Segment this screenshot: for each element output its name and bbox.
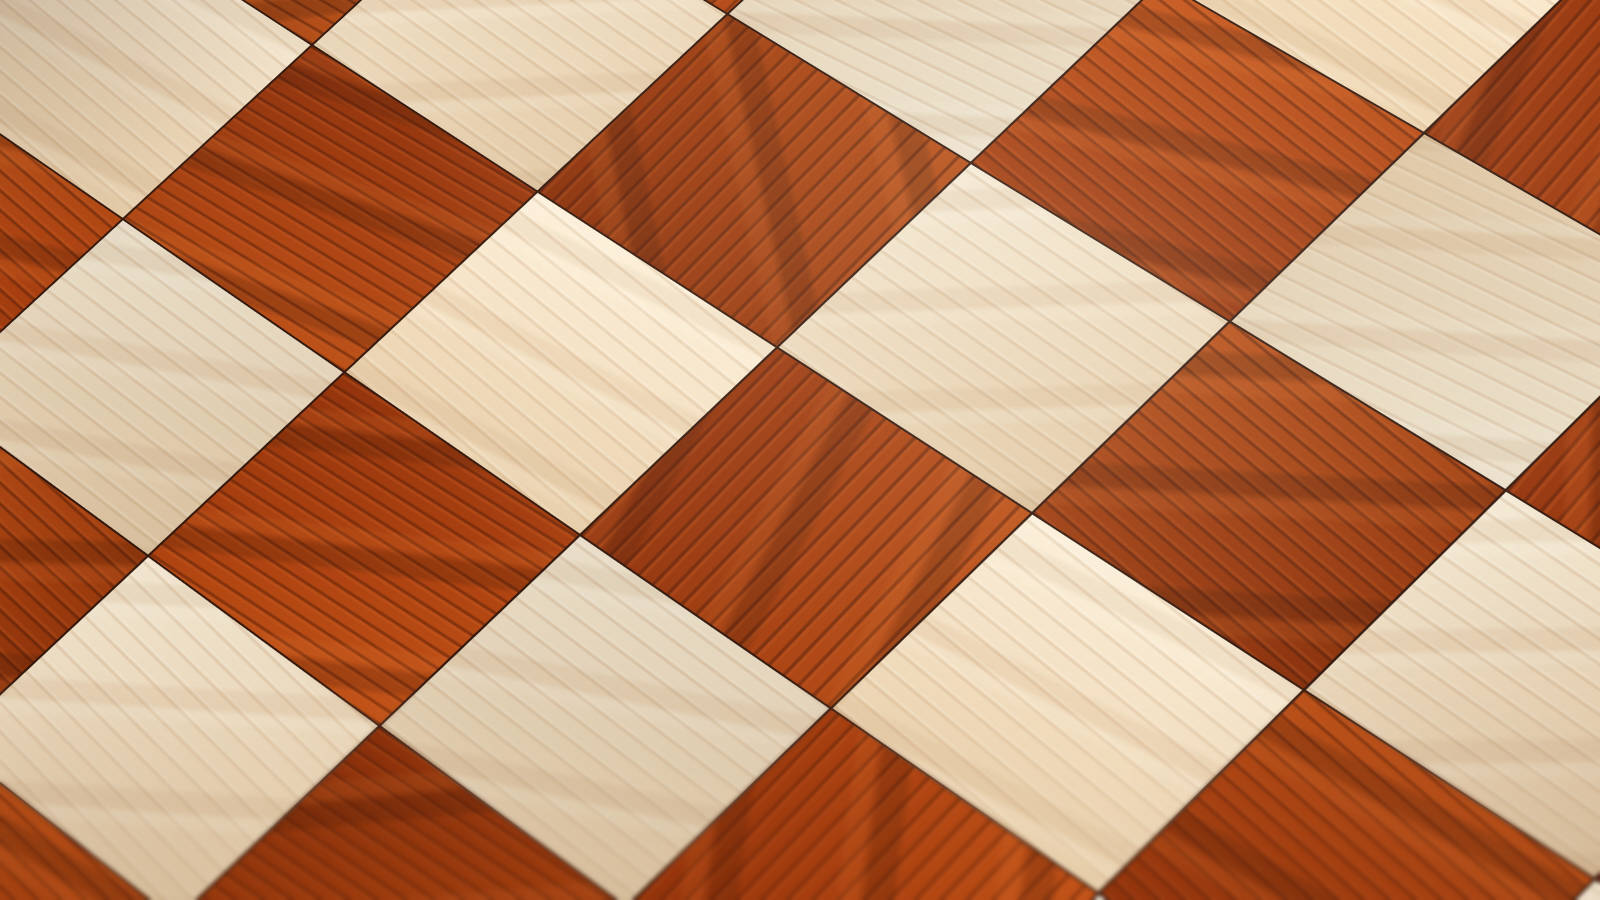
chessboard-photo xyxy=(0,0,1600,900)
chessboard[interactable] xyxy=(0,0,1600,900)
